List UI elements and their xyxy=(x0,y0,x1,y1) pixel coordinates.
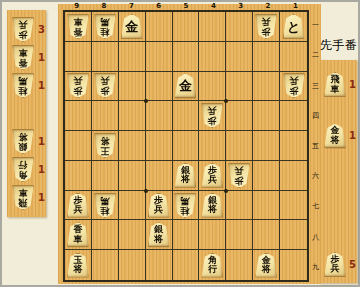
gote-piece-桂馬[interactable]: 桂馬 xyxy=(174,193,196,218)
piece-kanji: 兵 xyxy=(73,205,82,215)
gote-piece-歩兵[interactable]: 歩兵 xyxy=(255,14,277,39)
square-1-7[interactable] xyxy=(280,191,307,221)
square-9-9[interactable]: 玉将 xyxy=(65,250,92,280)
gote-piece-歩兵[interactable]: 歩兵 xyxy=(94,73,116,98)
square-9-1[interactable]: 香車 xyxy=(65,12,92,42)
square-9-6[interactable] xyxy=(65,161,92,191)
square-8-4[interactable] xyxy=(92,101,119,131)
gote-hand-count-角行: 1 xyxy=(38,165,45,175)
gote-piece-歩兵[interactable]: 歩兵 xyxy=(67,73,89,98)
square-6-5[interactable] xyxy=(146,131,173,161)
gote-piece-香車[interactable]: 香車 xyxy=(12,45,34,70)
piece-kanji: 桂 xyxy=(100,26,109,36)
square-5-6[interactable]: 銀将 xyxy=(173,161,200,191)
square-7-4[interactable] xyxy=(119,101,146,131)
gote-piece-歩兵[interactable]: 歩兵 xyxy=(228,163,250,188)
sente-piece-銀将[interactable]: 銀将 xyxy=(201,193,223,218)
sente-piece-歩兵[interactable]: 歩兵 xyxy=(324,252,346,277)
gote-piece-飛車[interactable]: 飛車 xyxy=(12,185,34,210)
sente-piece-金[interactable]: 金 xyxy=(121,14,143,39)
square-9-7[interactable]: 歩兵 xyxy=(65,191,92,221)
square-6-7[interactable]: 歩兵 xyxy=(146,191,173,221)
gote-hand-count-桂馬: 1 xyxy=(38,81,45,91)
gote-hand-tray: 歩兵3香車1桂馬1銀将1角行1飛車1 xyxy=(7,10,46,217)
square-7-6[interactable] xyxy=(119,161,146,191)
sente-piece-金将[interactable]: 金将 xyxy=(324,123,346,148)
square-1-3[interactable]: 歩兵 xyxy=(280,72,307,102)
piece-kanji: 兵 xyxy=(331,264,340,274)
gote-piece-桂馬[interactable]: 桂馬 xyxy=(12,73,34,98)
file-label-6: 6 xyxy=(145,3,172,10)
piece-kanji: と xyxy=(287,20,300,33)
piece-kanji: 飛 xyxy=(19,198,28,208)
piece-kanji: 王 xyxy=(100,145,109,155)
square-3-5[interactable] xyxy=(226,131,253,161)
square-8-9[interactable] xyxy=(92,250,119,280)
sente-hand-count-金将: 1 xyxy=(349,131,356,141)
square-4-4[interactable]: 歩兵 xyxy=(199,101,226,131)
sente-piece-銀将[interactable]: 銀将 xyxy=(148,222,170,247)
piece-kanji: 兵 xyxy=(208,175,217,185)
square-2-6[interactable] xyxy=(253,161,280,191)
board-grid-frame: 香車桂馬金歩兵と歩兵歩兵金歩兵歩兵王将銀将歩兵歩兵歩兵桂馬歩兵桂馬銀将香車銀将玉… xyxy=(63,10,309,282)
square-3-9[interactable] xyxy=(226,250,253,280)
gote-piece-歩兵[interactable]: 歩兵 xyxy=(283,73,305,98)
square-8-1[interactable]: 桂馬 xyxy=(92,12,119,42)
piece-kanji: 香 xyxy=(73,26,82,36)
file-label-2: 2 xyxy=(254,3,281,10)
gote-piece-角行[interactable]: 角行 xyxy=(12,157,34,182)
square-3-4[interactable] xyxy=(226,101,253,131)
gote-piece-桂馬[interactable]: 桂馬 xyxy=(94,193,116,218)
piece-kanji: 兵 xyxy=(73,76,82,86)
piece-kanji: 歩 xyxy=(208,116,217,126)
square-1-9[interactable] xyxy=(280,250,307,280)
piece-kanji: 馬 xyxy=(181,196,190,206)
square-2-5[interactable] xyxy=(253,131,280,161)
square-5-5[interactable] xyxy=(173,131,200,161)
piece-kanji: 歩 xyxy=(73,86,82,96)
square-9-5[interactable] xyxy=(65,131,92,161)
square-2-3[interactable] xyxy=(253,72,280,102)
square-5-2[interactable] xyxy=(173,42,200,72)
square-2-8[interactable] xyxy=(253,220,280,250)
piece-kanji: 将 xyxy=(73,265,82,275)
file-label-7: 7 xyxy=(118,3,145,10)
square-5-4[interactable] xyxy=(173,101,200,131)
shogi-board-panel: 987654321 一二三四五六七八九 香車桂馬金歩兵と歩兵歩兵金歩兵歩兵王将銀… xyxy=(58,4,321,284)
file-labels: 987654321 xyxy=(63,3,309,10)
sente-piece-香車[interactable]: 香車 xyxy=(67,222,89,247)
square-1-8[interactable] xyxy=(280,220,307,250)
square-3-6[interactable]: 歩兵 xyxy=(226,161,253,191)
rank-label-1: 一 xyxy=(310,10,321,40)
gote-hand-count-香車: 1 xyxy=(38,53,45,63)
square-5-7[interactable]: 桂馬 xyxy=(173,191,200,221)
square-8-7[interactable]: 桂馬 xyxy=(92,191,119,221)
square-7-8[interactable] xyxy=(119,220,146,250)
piece-kanji: 将 xyxy=(19,132,28,142)
file-label-4: 4 xyxy=(200,3,227,10)
square-5-8[interactable] xyxy=(173,220,200,250)
square-3-7[interactable] xyxy=(226,191,253,221)
file-label-9: 9 xyxy=(63,3,90,10)
piece-kanji: 行 xyxy=(208,265,217,275)
sente-piece-玉将[interactable]: 玉将 xyxy=(67,253,89,278)
piece-kanji: 兵 xyxy=(262,17,271,27)
turn-indicator: 先手番 xyxy=(320,37,360,54)
square-2-9[interactable]: 金将 xyxy=(253,250,280,280)
square-9-4[interactable] xyxy=(65,101,92,131)
square-7-7[interactable] xyxy=(119,191,146,221)
gote-piece-歩兵[interactable]: 歩兵 xyxy=(201,103,223,128)
piece-kanji: 兵 xyxy=(19,20,28,30)
square-5-9[interactable] xyxy=(173,250,200,280)
sente-hand-count-歩兵: 5 xyxy=(349,260,356,270)
piece-kanji: 行 xyxy=(19,160,28,170)
square-2-1[interactable]: 歩兵 xyxy=(253,12,280,42)
square-3-8[interactable] xyxy=(226,220,253,250)
piece-kanji: 車 xyxy=(19,48,28,58)
piece-kanji: 兵 xyxy=(208,106,217,116)
gote-hand-count-銀将: 1 xyxy=(38,137,45,147)
star-point xyxy=(224,99,228,103)
piece-kanji: 兵 xyxy=(154,205,163,215)
square-9-8[interactable]: 香車 xyxy=(65,220,92,250)
square-1-2[interactable] xyxy=(280,42,307,72)
gote-piece-王将[interactable]: 王将 xyxy=(94,133,116,158)
sente-piece-金[interactable]: 金 xyxy=(174,73,196,98)
sente-hand-count-飛車: 1 xyxy=(349,80,356,90)
square-1-4[interactable] xyxy=(280,101,307,131)
square-6-3[interactable] xyxy=(146,72,173,102)
piece-kanji: 車 xyxy=(19,188,28,198)
square-6-8[interactable]: 銀将 xyxy=(146,220,173,250)
square-9-3[interactable]: 歩兵 xyxy=(65,72,92,102)
square-4-5[interactable] xyxy=(199,131,226,161)
file-label-3: 3 xyxy=(227,3,254,10)
sente-piece-銀将[interactable]: 銀将 xyxy=(174,163,196,188)
square-8-5[interactable]: 王将 xyxy=(92,131,119,161)
file-label-5: 5 xyxy=(172,3,199,10)
square-6-1[interactable] xyxy=(146,12,173,42)
piece-kanji: 歩 xyxy=(262,26,271,36)
piece-kanji: 歩 xyxy=(289,86,298,96)
file-label-8: 8 xyxy=(90,3,117,10)
sente-piece-と[interactable]: と xyxy=(283,14,305,39)
piece-kanji: 桂 xyxy=(19,86,28,96)
square-1-5[interactable] xyxy=(280,131,307,161)
piece-kanji: 金 xyxy=(125,20,138,33)
square-3-3[interactable] xyxy=(226,72,253,102)
piece-kanji: 歩 xyxy=(100,86,109,96)
square-6-6[interactable] xyxy=(146,161,173,191)
piece-kanji: 兵 xyxy=(100,76,109,86)
square-2-2[interactable] xyxy=(253,42,280,72)
square-8-3[interactable]: 歩兵 xyxy=(92,72,119,102)
square-8-2[interactable] xyxy=(92,42,119,72)
square-7-5[interactable] xyxy=(119,131,146,161)
square-5-3[interactable]: 金 xyxy=(173,72,200,102)
square-4-3[interactable] xyxy=(199,72,226,102)
gote-piece-香車[interactable]: 香車 xyxy=(67,14,89,39)
sente-piece-飛車[interactable]: 飛車 xyxy=(324,72,346,97)
square-4-8[interactable] xyxy=(199,220,226,250)
square-7-1[interactable]: 金 xyxy=(119,12,146,42)
square-6-4[interactable] xyxy=(146,101,173,131)
square-3-2[interactable] xyxy=(226,42,253,72)
gote-piece-銀将[interactable]: 銀将 xyxy=(12,129,34,154)
piece-kanji: 兵 xyxy=(235,166,244,176)
gote-hand-count-飛車: 1 xyxy=(38,193,45,203)
piece-kanji: 角 xyxy=(19,170,28,180)
piece-kanji: 将 xyxy=(100,136,109,146)
square-7-3[interactable] xyxy=(119,72,146,102)
sente-piece-角行[interactable]: 角行 xyxy=(201,253,223,278)
square-6-2[interactable] xyxy=(146,42,173,72)
piece-kanji: 車 xyxy=(73,17,82,27)
piece-kanji: 馬 xyxy=(100,17,109,27)
window-frame: 歩兵3香車1桂馬1銀将1角行1飛車1 987654321 一二三四五六七八九 香… xyxy=(0,0,360,287)
sente-piece-金将[interactable]: 金将 xyxy=(255,253,277,278)
square-9-2[interactable] xyxy=(65,42,92,72)
square-2-4[interactable] xyxy=(253,101,280,131)
piece-kanji: 将 xyxy=(208,205,217,215)
piece-kanji: 桂 xyxy=(181,205,190,215)
piece-kanji: 車 xyxy=(331,85,340,95)
piece-kanji: 将 xyxy=(331,136,340,146)
piece-kanji: 兵 xyxy=(289,76,298,86)
piece-kanji: 車 xyxy=(73,235,82,245)
star-point xyxy=(224,189,228,193)
square-1-1[interactable]: と xyxy=(280,12,307,42)
piece-kanji: 歩 xyxy=(19,30,28,40)
gote-hand-count-歩兵: 3 xyxy=(38,25,45,35)
sente-piece-歩兵[interactable]: 歩兵 xyxy=(67,193,89,218)
square-4-1[interactable] xyxy=(199,12,226,42)
square-8-8[interactable] xyxy=(92,220,119,250)
square-6-9[interactable] xyxy=(146,250,173,280)
square-5-1[interactable] xyxy=(173,12,200,42)
square-4-6[interactable]: 歩兵 xyxy=(199,161,226,191)
sente-piece-歩兵[interactable]: 歩兵 xyxy=(201,163,223,188)
piece-kanji: 馬 xyxy=(19,76,28,86)
piece-kanji: 歩 xyxy=(235,175,244,185)
square-7-2[interactable] xyxy=(119,42,146,72)
square-4-2[interactable] xyxy=(199,42,226,72)
sente-piece-歩兵[interactable]: 歩兵 xyxy=(148,193,170,218)
piece-kanji: 将 xyxy=(262,265,271,275)
piece-kanji: 桂 xyxy=(100,205,109,215)
sente-hand-tray: 飛車1金将1歩兵5 xyxy=(320,60,357,283)
piece-kanji: 馬 xyxy=(100,196,109,206)
star-point xyxy=(144,99,148,103)
square-2-7[interactable] xyxy=(253,191,280,221)
piece-kanji: 将 xyxy=(154,235,163,245)
square-3-1[interactable] xyxy=(226,12,253,42)
square-8-6[interactable] xyxy=(92,161,119,191)
square-4-9[interactable]: 角行 xyxy=(199,250,226,280)
piece-kanji: 香 xyxy=(19,58,28,68)
piece-kanji: 将 xyxy=(181,175,190,185)
square-4-7[interactable]: 銀将 xyxy=(199,191,226,221)
piece-kanji: 銀 xyxy=(19,142,28,152)
gote-piece-歩兵[interactable]: 歩兵 xyxy=(12,17,34,42)
square-7-9[interactable] xyxy=(119,250,146,280)
file-label-1: 1 xyxy=(282,3,309,10)
board-grid: 香車桂馬金歩兵と歩兵歩兵金歩兵歩兵王将銀将歩兵歩兵歩兵桂馬歩兵桂馬銀将香車銀将玉… xyxy=(65,12,307,280)
piece-kanji: 金 xyxy=(179,79,192,92)
square-1-6[interactable] xyxy=(280,161,307,191)
gote-piece-桂馬[interactable]: 桂馬 xyxy=(94,14,116,39)
star-point xyxy=(144,189,148,193)
